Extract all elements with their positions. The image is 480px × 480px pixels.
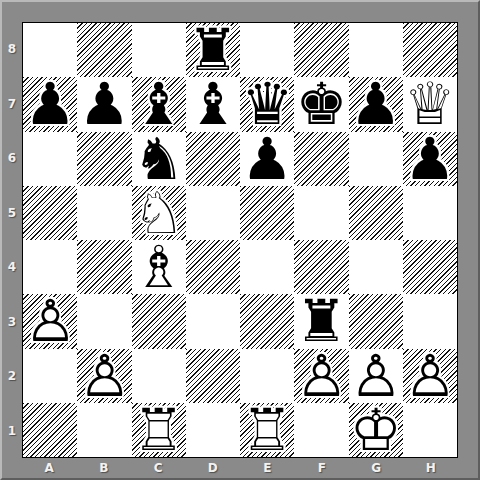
square-f2[interactable]: ♟♙: [294, 349, 348, 403]
chess-board: ♜♟♟♝♝♛♚♟♛♕♞♟♟♞♘♝♗♟♙♜♟♙♟♙♟♙♟♙♜♖♜♖♚♔: [22, 22, 458, 458]
piece-glyph: ♟: [241, 132, 293, 186]
file-label-h: H: [404, 458, 459, 478]
piece-glyph: ♙: [350, 349, 402, 403]
rank-labels: 8 7 6 5 4 3 2 1: [2, 22, 22, 458]
square-f1[interactable]: [294, 403, 348, 457]
square-g5[interactable]: [349, 186, 403, 240]
piece-white-bishop[interactable]: ♝♗: [132, 240, 186, 294]
piece-white-pawn[interactable]: ♟♙: [23, 294, 77, 348]
piece-white-rook[interactable]: ♜♖: [132, 403, 186, 457]
square-f4[interactable]: [294, 240, 348, 294]
piece-glyph: ♟: [78, 77, 130, 131]
piece-glyph: ♙: [78, 349, 130, 403]
piece-white-queen[interactable]: ♛♕: [403, 77, 457, 131]
square-b3[interactable]: [77, 294, 131, 348]
square-a4[interactable]: [23, 240, 77, 294]
piece-glyph: ♛: [241, 77, 293, 131]
square-e3[interactable]: [240, 294, 294, 348]
square-f6[interactable]: [294, 132, 348, 186]
piece-black-pawn[interactable]: ♟: [403, 132, 457, 186]
rank-label-5: 5: [2, 186, 22, 241]
piece-glyph: ♞: [133, 132, 185, 186]
piece-glyph: ♝: [187, 77, 239, 131]
square-h3[interactable]: [403, 294, 457, 348]
file-label-f: F: [295, 458, 350, 478]
square-d7[interactable]: ♝: [186, 77, 240, 131]
board-frame: 8 7 6 5 4 3 2 1 ♜♟♟♝♝♛♚♟♛♕♞♟♟♞♘♝♗♟♙♜♟♙♟♙…: [0, 0, 480, 480]
square-e2[interactable]: [240, 349, 294, 403]
piece-black-bishop[interactable]: ♝: [186, 77, 240, 131]
square-e6[interactable]: ♟: [240, 132, 294, 186]
piece-glyph: ♗: [133, 240, 185, 294]
square-a6[interactable]: [23, 132, 77, 186]
square-g4[interactable]: [349, 240, 403, 294]
square-e8[interactable]: [240, 23, 294, 77]
piece-white-pawn[interactable]: ♟♙: [349, 349, 403, 403]
square-e5[interactable]: [240, 186, 294, 240]
square-d4[interactable]: [186, 240, 240, 294]
piece-black-knight[interactable]: ♞: [132, 132, 186, 186]
piece-glyph: ♟: [350, 77, 402, 131]
square-h6[interactable]: ♟: [403, 132, 457, 186]
square-c3[interactable]: [132, 294, 186, 348]
piece-white-rook[interactable]: ♜♖: [240, 403, 294, 457]
square-e1[interactable]: ♜♖: [240, 403, 294, 457]
square-d5[interactable]: [186, 186, 240, 240]
file-label-b: B: [77, 458, 132, 478]
piece-glyph: ♔: [350, 403, 402, 457]
square-h7[interactable]: ♛♕: [403, 77, 457, 131]
rank-label-3: 3: [2, 295, 22, 350]
square-c7[interactable]: ♝: [132, 77, 186, 131]
piece-glyph: ♖: [241, 403, 293, 457]
piece-black-pawn[interactable]: ♟: [240, 132, 294, 186]
piece-black-rook[interactable]: ♜: [186, 23, 240, 77]
square-g2[interactable]: ♟♙: [349, 349, 403, 403]
square-b1[interactable]: [77, 403, 131, 457]
square-f5[interactable]: [294, 186, 348, 240]
rank-label-7: 7: [2, 77, 22, 132]
piece-glyph: ♟: [24, 77, 76, 131]
piece-white-king[interactable]: ♚♔: [349, 403, 403, 457]
square-h8[interactable]: [403, 23, 457, 77]
square-h5[interactable]: [403, 186, 457, 240]
square-e4[interactable]: [240, 240, 294, 294]
square-d1[interactable]: [186, 403, 240, 457]
square-f3[interactable]: ♜: [294, 294, 348, 348]
piece-black-pawn[interactable]: ♟: [23, 77, 77, 131]
square-c8[interactable]: [132, 23, 186, 77]
piece-glyph: ♜: [295, 294, 347, 348]
piece-black-pawn[interactable]: ♟: [77, 77, 131, 131]
square-g8[interactable]: [349, 23, 403, 77]
rank-label-2: 2: [2, 349, 22, 404]
square-a5[interactable]: [23, 186, 77, 240]
file-label-e: E: [240, 458, 295, 478]
square-a1[interactable]: [23, 403, 77, 457]
square-b7[interactable]: ♟: [77, 77, 131, 131]
piece-glyph: ♟: [404, 132, 456, 186]
square-g1[interactable]: ♚♔: [349, 403, 403, 457]
file-label-g: G: [349, 458, 404, 478]
piece-white-knight[interactable]: ♞♘: [132, 186, 186, 240]
square-h1[interactable]: [403, 403, 457, 457]
square-e7[interactable]: ♛: [240, 77, 294, 131]
piece-glyph: ♕: [404, 77, 456, 131]
piece-glyph: ♙: [295, 349, 347, 403]
piece-white-pawn[interactable]: ♟♙: [77, 349, 131, 403]
square-c1[interactable]: ♜♖: [132, 403, 186, 457]
square-b5[interactable]: [77, 186, 131, 240]
square-g7[interactable]: ♟: [349, 77, 403, 131]
file-label-d: D: [186, 458, 241, 478]
square-b6[interactable]: [77, 132, 131, 186]
piece-black-rook[interactable]: ♜: [294, 294, 348, 348]
piece-glyph: ♜: [187, 23, 239, 77]
file-labels: A B C D E F G H: [22, 458, 458, 478]
file-label-c: C: [131, 458, 186, 478]
piece-white-pawn[interactable]: ♟♙: [403, 349, 457, 403]
square-a2[interactable]: [23, 349, 77, 403]
rank-label-6: 6: [2, 131, 22, 186]
square-c2[interactable]: [132, 349, 186, 403]
piece-black-bishop[interactable]: ♝: [132, 77, 186, 131]
square-b4[interactable]: [77, 240, 131, 294]
rank-label-4: 4: [2, 240, 22, 295]
piece-glyph: ♘: [133, 186, 185, 240]
square-a3[interactable]: ♟♙: [23, 294, 77, 348]
square-a8[interactable]: [23, 23, 77, 77]
square-c6[interactable]: ♞: [132, 132, 186, 186]
rank-label-1: 1: [2, 404, 22, 459]
square-d8[interactable]: ♜: [186, 23, 240, 77]
square-g3[interactable]: [349, 294, 403, 348]
piece-glyph: ♖: [133, 403, 185, 457]
piece-black-king[interactable]: ♚: [294, 77, 348, 131]
piece-black-pawn[interactable]: ♟: [349, 77, 403, 131]
square-a7[interactable]: ♟: [23, 77, 77, 131]
square-d2[interactable]: [186, 349, 240, 403]
square-c4[interactable]: ♝♗: [132, 240, 186, 294]
piece-black-queen[interactable]: ♛: [240, 77, 294, 131]
square-c5[interactable]: ♞♘: [132, 186, 186, 240]
square-b2[interactable]: ♟♙: [77, 349, 131, 403]
rank-label-8: 8: [2, 22, 22, 77]
square-h2[interactable]: ♟♙: [403, 349, 457, 403]
file-label-a: A: [22, 458, 77, 478]
piece-glyph: ♚: [295, 77, 347, 131]
square-g6[interactable]: [349, 132, 403, 186]
square-f8[interactable]: [294, 23, 348, 77]
piece-glyph: ♙: [24, 294, 76, 348]
square-f7[interactable]: ♚: [294, 77, 348, 131]
square-d6[interactable]: [186, 132, 240, 186]
square-h4[interactable]: [403, 240, 457, 294]
piece-glyph: ♝: [133, 77, 185, 131]
square-d3[interactable]: [186, 294, 240, 348]
piece-white-pawn[interactable]: ♟♙: [294, 349, 348, 403]
piece-glyph: ♙: [404, 349, 456, 403]
square-b8[interactable]: [77, 23, 131, 77]
